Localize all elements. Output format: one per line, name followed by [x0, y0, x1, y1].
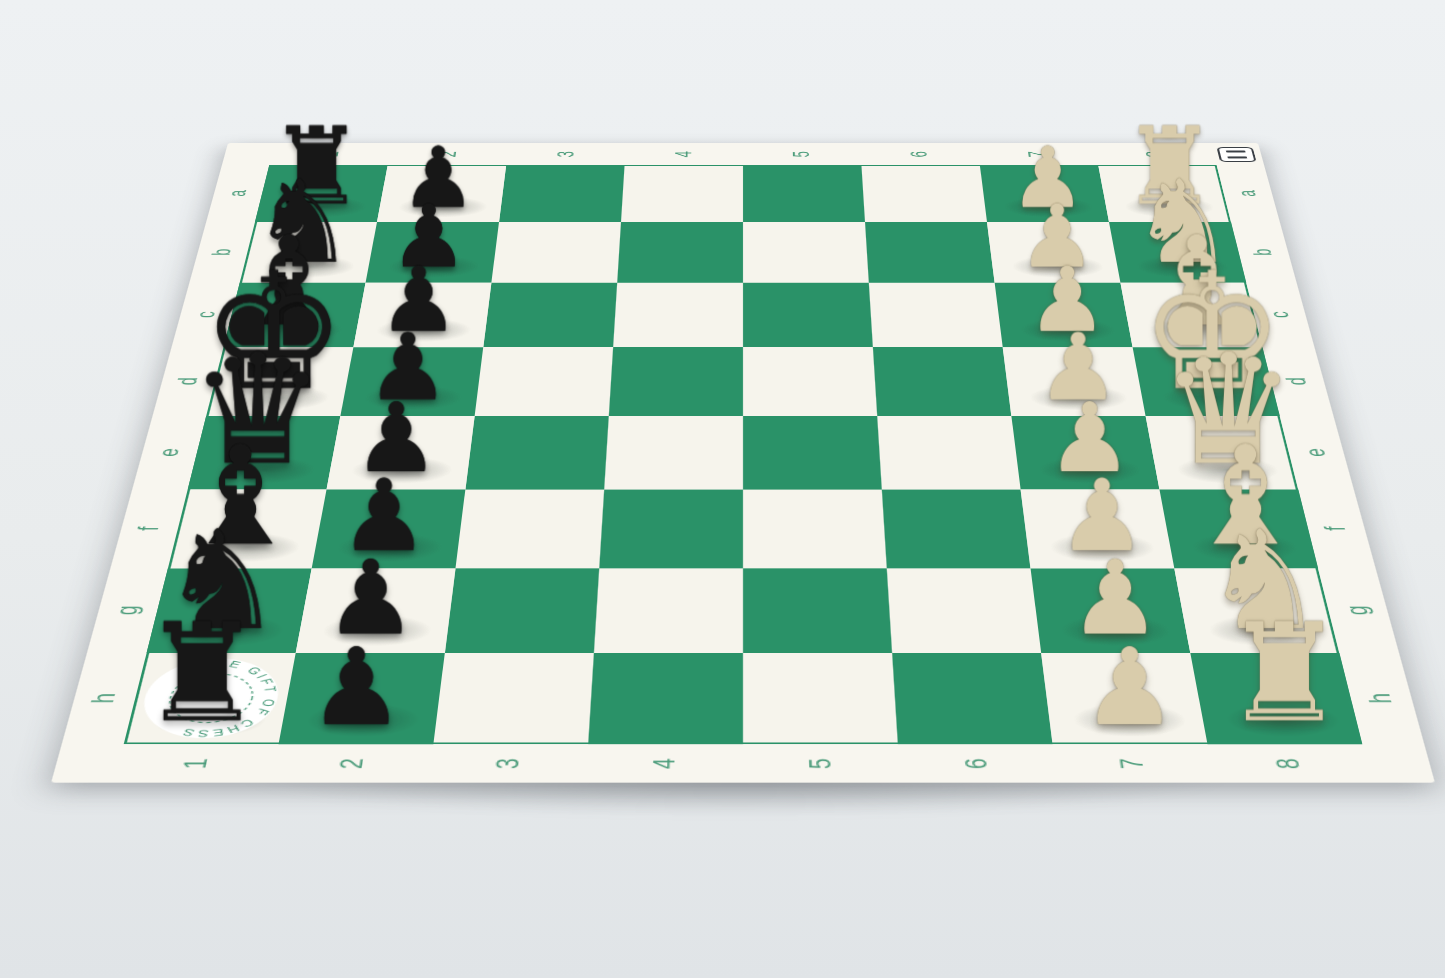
square-c3 — [483, 283, 617, 348]
square-a3 — [499, 165, 625, 222]
square-a5 — [743, 165, 865, 222]
file-label-left-h: h — [88, 692, 121, 703]
square-b5 — [743, 222, 869, 283]
square-f6 — [882, 490, 1031, 569]
square-g4 — [594, 568, 743, 653]
square-h5 — [743, 653, 898, 744]
border-bottom-rank-1: 1 — [114, 744, 279, 782]
square-h2: ♟ — [278, 653, 444, 744]
square-b6 — [865, 222, 995, 283]
square-h8: ♜ — [1190, 653, 1362, 744]
square-h7: ♟ — [1041, 653, 1207, 744]
square-b3 — [491, 222, 621, 283]
square-f4 — [599, 490, 743, 569]
photo-background: { "game": "chess", "scene": { "backgroun… — [0, 0, 1445, 978]
file-label-left-g: g — [112, 605, 144, 615]
border-top-rank-6: 6 — [860, 143, 980, 165]
square-h1: THE GIFT OF CHESS♜ — [124, 653, 296, 744]
square-c4 — [613, 283, 743, 348]
square-a6 — [861, 165, 987, 222]
border-top-rank-5: 5 — [743, 143, 861, 165]
piece-bR-h1: ♜ — [141, 604, 263, 740]
square-f3 — [455, 490, 604, 569]
rank-label-bottom-4: 4 — [649, 758, 681, 770]
rank-label-bottom-6: 6 — [961, 758, 993, 770]
piece-wR-h8: ♜ — [1223, 604, 1345, 740]
border-bottom-rank-5: 5 — [743, 744, 900, 782]
border-bottom-rank-8: 8 — [1208, 744, 1373, 782]
piece-bP-h2: ♟ — [309, 634, 405, 741]
rank-label-bottom-8: 8 — [1272, 758, 1306, 770]
square-d4 — [609, 347, 743, 416]
square-g5 — [743, 568, 892, 653]
mat-corner-bottom-right — [1362, 744, 1435, 782]
rank-label-top-4: 4 — [672, 151, 696, 158]
rank-label-bottom-7: 7 — [1117, 758, 1150, 770]
perspective-wrapper: 12345678a♜♟♟♜ab♞♟♟♞bc♝♟♟♝cd♚♟♟♚de♛♟♟♛ef♝… — [153, 0, 1334, 978]
square-h6 — [892, 653, 1053, 744]
square-f5 — [743, 490, 887, 569]
rank-label-bottom-5: 5 — [805, 758, 837, 770]
rank-label-bottom-2: 2 — [336, 758, 369, 770]
square-e5 — [743, 416, 882, 490]
rank-label-bottom-1: 1 — [180, 758, 214, 770]
square-e6 — [877, 416, 1020, 490]
square-h3 — [433, 653, 594, 744]
rank-label-bottom-3: 3 — [493, 758, 525, 770]
mat-corner-bottom-left — [51, 744, 124, 782]
square-d3 — [475, 347, 614, 416]
rank-label-top-5: 5 — [790, 151, 814, 158]
border-top-rank-4: 4 — [625, 143, 743, 165]
square-g6 — [887, 568, 1041, 653]
square-a4 — [621, 165, 743, 222]
border-top-rank-3: 3 — [506, 143, 626, 165]
border-bottom-rank-7: 7 — [1053, 744, 1215, 782]
rank-label-top-3: 3 — [554, 151, 578, 158]
file-label-right-h: h — [1364, 692, 1397, 703]
file-label-right-f: f — [1322, 526, 1352, 531]
square-e4 — [604, 416, 743, 490]
file-label-left-a: a — [225, 190, 251, 197]
rank-label-top-6: 6 — [908, 151, 932, 158]
border-bottom-rank-6: 6 — [898, 744, 1058, 782]
border-bottom-rank-3: 3 — [428, 744, 588, 782]
border-bottom-rank-2: 2 — [271, 744, 433, 782]
border-bottom-rank-4: 4 — [586, 744, 743, 782]
square-d6 — [873, 347, 1012, 416]
square-b4 — [617, 222, 743, 283]
file-label-right-a: a — [1235, 190, 1261, 197]
square-d5 — [743, 347, 877, 416]
square-c6 — [869, 283, 1003, 348]
chess-mat: 12345678a♜♟♟♜ab♞♟♟♞bc♝♟♟♝cd♚♟♟♚de♛♟♟♛ef♝… — [51, 143, 1435, 783]
piece-wP-h7: ♟ — [1082, 634, 1178, 741]
square-c5 — [743, 283, 873, 348]
square-e3 — [465, 416, 608, 490]
board-scene: 12345678a♜♟♟♜ab♞♟♟♞bc♝♟♟♝cd♚♟♟♚de♛♟♟♛ef♝… — [0, 0, 1445, 978]
file-label-right-g: g — [1342, 605, 1374, 615]
square-g3 — [445, 568, 599, 653]
square-h4 — [588, 653, 743, 744]
